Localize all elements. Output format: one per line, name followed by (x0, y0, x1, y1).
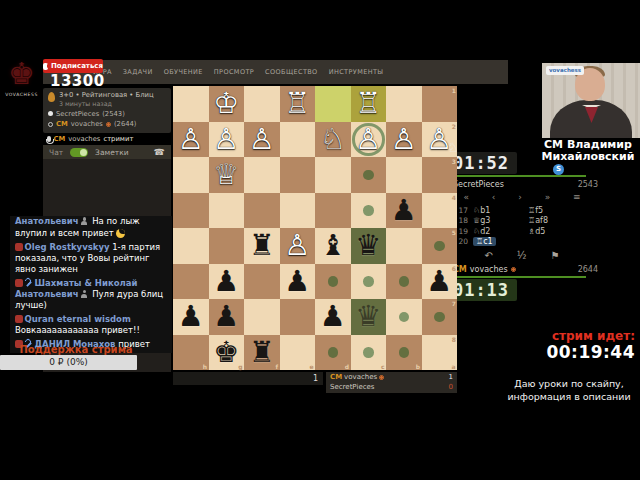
score-left-box: 1 (173, 372, 323, 385)
first-move-button[interactable]: « (463, 192, 469, 202)
square-a8[interactable]: 8a (422, 335, 458, 371)
move-list: 17♘b1♖f518♕g3♖af819♘d2♗d520♖c1 (452, 205, 592, 247)
file-coordinate: a (451, 363, 455, 370)
square-e1[interactable]: ♖ (280, 86, 316, 122)
file-coordinate: h (203, 363, 207, 370)
chat-message: Шахматы & Николай Анатольевич Пуля дура … (15, 278, 167, 311)
tab-chat[interactable]: Чат (49, 148, 63, 157)
nav-item-4[interactable]: ПРОСМОТР (214, 68, 254, 76)
piece-bP-b4[interactable]: ♟ (386, 193, 422, 229)
move-dest-dot[interactable] (328, 347, 339, 358)
square-a6[interactable]: ♟6 (422, 264, 458, 300)
streamer-caption: СМ Владимир Михайловский (535, 139, 640, 163)
time-control: 3+0 • Рейтинговая • Блиц (59, 91, 154, 99)
draw-offer-button[interactable]: ½ (517, 250, 527, 262)
webcam-feed: vovachess (542, 63, 640, 138)
piece-wP-h2[interactable]: ♙ (173, 122, 209, 158)
analysis-board-button[interactable]: ≡ (573, 192, 581, 202)
streamer-live-icon (106, 122, 111, 127)
donation-progress-bar: 0 ₽ (0%) (0, 355, 137, 370)
prev-move-button[interactable]: ‹ (492, 192, 496, 202)
square-a7[interactable]: 7 (422, 299, 458, 335)
rank-coordinate: 4 (452, 194, 456, 201)
black-move[interactable]: ♖f5 (528, 206, 543, 215)
blitz-flame-icon (48, 92, 55, 102)
square-a5[interactable]: 5 (422, 228, 458, 264)
move-row-19: 19♘d2♗d5 (452, 226, 592, 237)
square-b6[interactable] (386, 264, 422, 300)
nav-item-2[interactable]: ЗАДАЧИ (123, 68, 153, 76)
streaming-name[interactable]: vovaches (68, 135, 100, 143)
piece-wK-g1[interactable]: ♔ (209, 86, 245, 122)
file-coordinate: d (345, 363, 349, 370)
square-g3[interactable]: ♕ (209, 157, 245, 193)
chat-toggle[interactable] (70, 148, 88, 157)
streamer-live-icon (379, 375, 384, 380)
square-f1[interactable] (244, 86, 280, 122)
piece-wP-e5[interactable]: ♙ (280, 228, 316, 264)
top-player-rating: 2543 (578, 180, 598, 189)
square-b3[interactable] (386, 157, 422, 193)
rank-coordinate: 1 (452, 87, 456, 94)
square-c7[interactable]: ♛ (351, 299, 387, 335)
square-b8[interactable]: b (386, 335, 422, 371)
piece-bQ-c5[interactable]: ♛ (351, 228, 387, 264)
score-value: 1 (449, 373, 453, 383)
move-dest-dot[interactable] (434, 312, 445, 323)
move-dest-dot[interactable] (363, 276, 374, 287)
piece-bP-g7[interactable]: ♟ (209, 299, 245, 335)
square-b4[interactable]: ♟ (386, 193, 422, 229)
piece-wP-f2[interactable]: ♙ (244, 122, 280, 158)
youtube-play-icon (43, 63, 48, 70)
black-move[interactable]: ♗d5 (528, 227, 545, 236)
move-dest-dot[interactable] (399, 276, 410, 287)
move-dest-dot[interactable] (399, 312, 410, 323)
piece-wP-c2[interactable]: ♙ (351, 122, 387, 158)
knight-icon: ♘ (447, 140, 459, 155)
lichess-navbar: ИГРАЗАДАЧИОБУЧЕНИЕПРОСМОТРСООБЩЕСТВОИНСТ… (43, 60, 508, 84)
chat-author[interactable]: Quran eternal wisdom (25, 314, 131, 324)
square-g8[interactable]: ♚g (209, 335, 245, 371)
tab-notes[interactable]: Заметки (95, 148, 128, 157)
square-d1[interactable] (315, 86, 351, 122)
square-e7[interactable] (280, 299, 316, 335)
file-coordinate: e (309, 363, 313, 370)
chat-message: Oleg Rostkyvskyy 1-я партия показала, чт… (15, 242, 167, 275)
bottom-player-name: vovaches (470, 265, 508, 274)
square-e4[interactable] (280, 193, 316, 229)
last-move-button[interactable]: » (545, 192, 551, 202)
piece-bP-d7[interactable]: ♟ (315, 299, 351, 335)
donation-title: Поддержка стрима (0, 344, 152, 355)
square-c2[interactable]: ♙ (351, 122, 387, 158)
piece-wN-d2[interactable]: ♘ (315, 122, 351, 158)
channel-name: VOVACHESS (0, 92, 43, 97)
channel-logo: ♚ VOVACHESS (0, 54, 43, 116)
white-player-name: SecretPieces (56, 110, 99, 118)
piece-wR-e1[interactable]: ♖ (280, 86, 316, 122)
square-h6[interactable] (173, 264, 209, 300)
white-player-rating: (2543) (102, 110, 125, 118)
white-move[interactable]: ♘d2 (473, 227, 528, 236)
square-h5[interactable] (173, 228, 209, 264)
square-g1[interactable]: ♔ (209, 86, 245, 122)
moderator-wrench-icon (25, 279, 33, 287)
square-f5[interactable]: ♜ (244, 228, 280, 264)
stream-live-label: стрим идет: (505, 329, 635, 343)
square-e2[interactable] (280, 122, 316, 158)
square-b5[interactable] (386, 228, 422, 264)
file-coordinate: f (275, 363, 278, 370)
subscribe-label: Подписаться (51, 62, 103, 70)
square-b2[interactable]: ♙ (386, 122, 422, 158)
streaming-notice: CM vovaches стримит (43, 134, 171, 144)
crescent-emoji-icon (116, 229, 125, 238)
chat-author[interactable]: Анатольевич (15, 216, 79, 226)
square-b7[interactable] (386, 299, 422, 335)
rank-coordinate: 5 (452, 229, 456, 236)
square-e8[interactable]: e (280, 335, 316, 371)
white-color-icon (48, 111, 53, 116)
square-f2[interactable]: ♙ (244, 122, 280, 158)
mic-icon (47, 136, 51, 142)
piece-bP-g6[interactable]: ♟ (209, 264, 245, 300)
youtube-chat-overlay[interactable]: Анатольевич На по лыж влупил и всем прив… (10, 216, 172, 353)
piece-bR-f5[interactable]: ♜ (244, 228, 280, 264)
promo-text: Даю уроки по скайпу, информация в описан… (498, 377, 640, 403)
square-g7[interactable]: ♟ (209, 299, 245, 335)
rank-coordinate: 6 (452, 265, 456, 272)
square-d4[interactable] (315, 193, 351, 229)
square-c1[interactable]: ♖ (351, 86, 387, 122)
white-move[interactable]: ♕g3 (473, 216, 528, 225)
square-g6[interactable]: ♟ (209, 264, 245, 300)
square-h4[interactable] (173, 193, 209, 229)
top-player-row[interactable]: SecretPieces 2543 (445, 179, 598, 190)
piece-bR-f8[interactable]: ♜ (244, 335, 280, 371)
piece-bP-h7[interactable]: ♟ (173, 299, 209, 335)
piece-bQ-c7[interactable]: ♛ (351, 299, 387, 335)
file-coordinate: b (416, 363, 420, 370)
piece-wQ-g3[interactable]: ♕ (209, 157, 245, 193)
square-e3[interactable] (280, 157, 316, 193)
divider (445, 175, 586, 177)
black-color-icon (48, 122, 53, 127)
square-d2[interactable]: ♘ (315, 122, 351, 158)
square-g2[interactable]: ♙ (209, 122, 245, 158)
score-name: vovaches (344, 373, 377, 383)
move-dest-dot[interactable] (399, 347, 410, 358)
nav-item-6[interactable]: ИНСТРУМЕНТЫ (329, 68, 384, 76)
square-h7[interactable]: ♟ (173, 299, 209, 335)
score-name: SecretPieces (330, 383, 375, 393)
rank-coordinate: 7 (452, 300, 456, 307)
square-e5[interactable]: ♙ (280, 228, 316, 264)
chess-board[interactable]: ♔♖♖1♙♙♙♘♙♙♙2♕3♟4♜♙♝♛5♟♟♟6♟♟♟♛7h♚g♜fedcb8… (173, 86, 457, 370)
subscribe-button[interactable]: Подписаться (43, 59, 103, 73)
match-score-widget: CM vovaches 1 SecretPieces 0 (326, 372, 457, 393)
square-d5[interactable]: ♝ (315, 228, 351, 264)
piece-wP-g2[interactable]: ♙ (209, 122, 245, 158)
chat-author[interactable]: Oleg Rostkyvskyy (25, 242, 110, 252)
square-d8[interactable]: d (315, 335, 351, 371)
piece-wP-b2[interactable]: ♙ (386, 122, 422, 158)
square-h1[interactable] (173, 86, 209, 122)
streamer-live-icon (511, 267, 516, 272)
score-row-vovachess: CM vovaches 1 (330, 373, 453, 383)
takeback-button[interactable]: ↶ (484, 250, 492, 262)
square-d3[interactable] (315, 157, 351, 193)
streaming-title: CM (54, 135, 66, 143)
subscriber-count: 13300 (50, 72, 110, 90)
move-dest-dot[interactable] (328, 276, 339, 287)
file-coordinate: g (238, 363, 242, 370)
meta-black-player[interactable]: CM vovaches (2644) (48, 120, 166, 128)
game-action-controls: ↶ ½ ⚑ (452, 250, 592, 262)
meta-white-player[interactable]: SecretPieces (2543) (48, 110, 166, 118)
promo-line2: информация в описании (498, 390, 640, 403)
nav-item-3[interactable]: ОБУЧЕНИЕ (164, 68, 203, 76)
move-dest-dot[interactable] (434, 241, 445, 252)
file-coordinate: c (381, 363, 385, 370)
move-dest-dot[interactable] (363, 347, 374, 358)
black-player-name: vovaches (71, 120, 103, 128)
square-d7[interactable]: ♟ (315, 299, 351, 335)
white-move[interactable]: ♖c1 (473, 237, 496, 246)
game-meta-panel: 3+0 • Рейтинговая • Блиц 3 минуты назад … (43, 88, 171, 133)
square-a1[interactable]: 1 (422, 86, 458, 122)
member-badge-icon (15, 243, 23, 251)
move-row-20: 20♖c1 (452, 237, 592, 248)
square-b1[interactable] (386, 86, 422, 122)
move-dest-dot[interactable] (363, 205, 374, 216)
square-d6[interactable] (315, 264, 351, 300)
chat-text: Вовкаааааааааааа привет!! (15, 325, 140, 335)
top-player-name: SecretPieces (453, 180, 504, 189)
chat-message: Анатольевич На по лыж влупил и всем прив… (15, 216, 167, 238)
square-f6[interactable] (244, 264, 280, 300)
black-player-rating: (2644) (114, 120, 137, 128)
person-emoji-icon (81, 290, 88, 298)
move-row-17: 17♘b1♖f5 (452, 205, 592, 216)
member-badge-icon (15, 279, 23, 287)
divider (445, 276, 586, 278)
black-player-title: CM (56, 120, 68, 128)
stream-timer: 00:19:44 (505, 342, 635, 362)
next-move-button[interactable]: › (518, 192, 522, 202)
phone-icon[interactable]: ☎ (154, 148, 165, 157)
black-move[interactable]: ♖af8 (528, 216, 548, 225)
square-a3[interactable]: 3 (422, 157, 458, 193)
square-f4[interactable] (244, 193, 280, 229)
square-e6[interactable]: ♟ (280, 264, 316, 300)
move-dest-dot[interactable] (363, 170, 374, 181)
square-g4[interactable] (209, 193, 245, 229)
person-emoji-icon (81, 217, 88, 225)
nav-items: ИГРАЗАДАЧИОБУЧЕНИЕПРОСМОТРСООБЩЕСТВОИНСТ… (43, 60, 508, 84)
game-started-ago: 3 минуты назад (59, 100, 154, 107)
square-f8[interactable]: ♜f (244, 335, 280, 371)
square-h2[interactable]: ♙ (173, 122, 209, 158)
nav-item-5[interactable]: СООБЩЕСТВО (265, 68, 318, 76)
score-row-secretpieces: SecretPieces 0 (330, 383, 453, 393)
square-c6[interactable] (351, 264, 387, 300)
logo-king-icon: ♚ (0, 54, 43, 94)
skype-icon: S (553, 164, 564, 175)
score-value: 0 (449, 383, 453, 393)
rank-coordinate: 2 (452, 123, 456, 130)
stream-canvas: ♚ VOVACHESS ИГРАЗАДАЧИОБУЧЕНИЕПРОСМОТРСО… (0, 0, 640, 480)
score-title: CM (330, 373, 342, 383)
piece-bP-e6[interactable]: ♟ (280, 264, 316, 300)
move-row-18: 18♕g3♖af8 (452, 216, 592, 227)
chat-message: Quran eternal wisdom Вовкаааааааааааа пр… (15, 314, 167, 336)
square-f3[interactable] (244, 157, 280, 193)
rank-coordinate: 3 (452, 158, 456, 165)
chat-tabs: Чат Заметки ☎ (43, 145, 171, 159)
streaming-suffix: стримит (103, 135, 133, 143)
white-move[interactable]: ♘b1 (473, 206, 528, 215)
streamer-caption-line2: Михайловский (535, 151, 640, 163)
square-c4[interactable] (351, 193, 387, 229)
promo-line1: Даю уроки по скайпу, (498, 377, 640, 390)
resign-button[interactable]: ⚑ (551, 250, 560, 262)
member-badge-icon (15, 315, 23, 323)
square-g5[interactable] (209, 228, 245, 264)
square-c5[interactable]: ♛ (351, 228, 387, 264)
square-h8[interactable]: h (173, 335, 209, 371)
piece-wR-c1[interactable]: ♖ (351, 86, 387, 122)
bottom-player-rating: 2644 (578, 265, 598, 274)
square-c3[interactable] (351, 157, 387, 193)
square-c8[interactable]: c (351, 335, 387, 371)
square-h3[interactable] (173, 157, 209, 193)
square-f7[interactable] (244, 299, 280, 335)
bottom-player-row[interactable]: CM vovaches 2644 (445, 264, 598, 275)
square-a4[interactable]: 4 (422, 193, 458, 229)
move-nav-controls: « ‹ › » ≡ (452, 192, 592, 202)
piece-bB-d5[interactable]: ♝ (315, 228, 351, 264)
rank-coordinate: 8 (452, 336, 456, 343)
webcam-username-tooltip: vovachess (546, 66, 584, 75)
